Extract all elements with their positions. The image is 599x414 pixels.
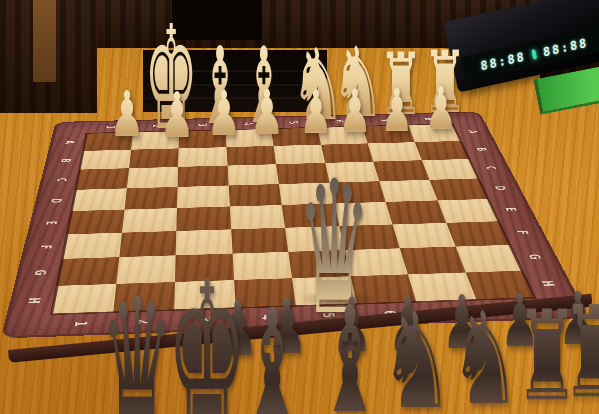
square-E8[interactable] xyxy=(437,199,499,223)
square-D8[interactable] xyxy=(429,178,488,200)
black-king[interactable]: ♚ xyxy=(167,254,248,414)
white-pawn[interactable]: ♟ xyxy=(109,83,144,146)
square-D4[interactable] xyxy=(228,184,281,207)
square-D7[interactable] xyxy=(379,180,437,202)
square-D2[interactable] xyxy=(124,187,177,210)
black-rook[interactable]: ♜ xyxy=(515,294,579,414)
black-bishop[interactable]: ♝ xyxy=(319,287,381,414)
furniture-left-panel xyxy=(0,0,97,113)
square-F1[interactable] xyxy=(62,232,122,258)
black-bishop[interactable]: ♝ xyxy=(240,289,303,414)
square-B7[interactable] xyxy=(368,142,422,162)
square-G7[interactable] xyxy=(400,247,465,275)
square-B1[interactable] xyxy=(79,150,131,170)
board-corner xyxy=(56,122,89,134)
square-F7[interactable] xyxy=(392,223,455,249)
coord-label-letter: H xyxy=(10,286,56,316)
square-B8[interactable] xyxy=(414,141,469,160)
coord-label-letter: G xyxy=(18,259,62,287)
square-D3[interactable] xyxy=(177,185,230,208)
board-corner xyxy=(5,315,51,337)
square-F8[interactable] xyxy=(446,221,510,246)
white-pawn[interactable]: ♟ xyxy=(207,83,241,145)
coord-label-letter: A xyxy=(51,133,86,151)
white-pawn[interactable]: ♟ xyxy=(159,84,194,147)
square-E4[interactable] xyxy=(229,205,284,229)
coord-label-letter: C xyxy=(41,170,79,191)
square-E3[interactable] xyxy=(176,207,230,231)
white-pawn[interactable]: ♟ xyxy=(338,81,371,141)
square-E7[interactable] xyxy=(386,200,446,224)
square-E2[interactable] xyxy=(122,208,177,232)
square-E1[interactable] xyxy=(67,210,125,235)
black-knight[interactable]: ♞ xyxy=(449,295,520,414)
coord-label-letter: F xyxy=(24,234,66,260)
black-knight[interactable]: ♞ xyxy=(380,295,454,414)
white-pawn[interactable]: ♟ xyxy=(381,81,414,140)
clock-left-time: 88:88 xyxy=(479,49,526,73)
black-queen[interactable]: ♛ xyxy=(99,274,174,414)
clock-right-time: 88:88 xyxy=(542,35,589,59)
white-pawn[interactable]: ♟ xyxy=(425,79,458,138)
square-C7[interactable] xyxy=(373,160,429,181)
clock-separator-led xyxy=(531,49,537,60)
furniture-wood-stripe xyxy=(33,0,56,82)
coord-label-letter: D xyxy=(36,190,75,212)
square-C8[interactable] xyxy=(421,159,478,180)
square-D1[interactable] xyxy=(71,188,126,211)
coord-label-letter: B xyxy=(46,151,82,171)
square-C2[interactable] xyxy=(126,167,178,188)
square-G8[interactable] xyxy=(455,245,522,272)
white-pawn[interactable]: ♟ xyxy=(299,82,332,142)
square-C3[interactable] xyxy=(178,166,229,187)
square-C4[interactable] xyxy=(227,164,279,185)
coord-label-letter: E xyxy=(30,211,71,235)
chess-scene: 88:88 88:88 12345678AABBCCDDEEFFGGHH1234… xyxy=(0,0,599,414)
white-pawn[interactable]: ♟ xyxy=(250,82,284,144)
square-C1[interactable] xyxy=(75,168,128,189)
